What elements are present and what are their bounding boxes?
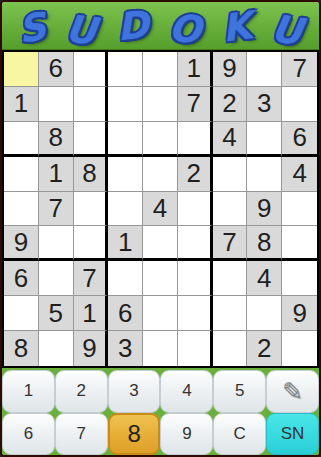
cell-r8c3[interactable]: 1 [74,296,109,331]
cell-r3c3[interactable] [74,122,109,157]
cell-r9c2[interactable] [39,331,74,366]
app-title-letter: D [116,5,151,46]
cell-r1c9[interactable]: 7 [282,52,317,87]
cell-r3c9[interactable]: 6 [282,122,317,157]
sn-button[interactable]: SN [266,413,319,456]
title-banner: SUDOKU [2,2,319,50]
cell-r3c2[interactable]: 8 [39,122,74,157]
cell-r9c3[interactable]: 9 [74,331,109,366]
pencil-button[interactable]: ✎ [266,370,319,413]
cell-r6c4[interactable]: 1 [108,226,143,261]
app-title-letter: O [167,8,203,49]
cell-r4c6[interactable]: 2 [178,157,213,192]
cell-r5c1[interactable] [4,192,39,227]
cell-r9c7[interactable] [213,331,248,366]
num-8-button[interactable]: 8 [108,413,161,456]
num-6-button[interactable]: 6 [2,413,55,456]
sudoku-board: 619717238461824749917867451698932 [2,50,319,368]
cell-r8c9[interactable]: 9 [282,296,317,331]
cell-r5c9[interactable] [282,192,317,227]
cell-r2c3[interactable] [74,87,109,122]
num-9-button[interactable]: 9 [160,413,213,456]
cell-r9c6[interactable] [178,331,213,366]
cell-r1c5[interactable] [143,52,178,87]
cell-r6c2[interactable] [39,226,74,261]
cell-r3c7[interactable]: 4 [213,122,248,157]
cell-r7c7[interactable] [213,261,248,296]
cell-r7c2[interactable] [39,261,74,296]
cell-r4c8[interactable] [247,157,282,192]
cell-r4c1[interactable] [4,157,39,192]
pencil-icon: ✎ [282,379,303,404]
app-title-letter: S [16,7,49,49]
cell-r4c3[interactable]: 8 [74,157,109,192]
app-title-letter: U [63,9,98,50]
cell-r7c5[interactable] [143,261,178,296]
cell-r7c4[interactable] [108,261,143,296]
cell-r1c8[interactable] [247,52,282,87]
cell-r8c1[interactable] [4,296,39,331]
cell-r7c6[interactable] [178,261,213,296]
cell-r7c8[interactable]: 4 [247,261,282,296]
cell-r9c4[interactable]: 3 [108,331,143,366]
cell-r8c4[interactable]: 6 [108,296,143,331]
num-1-button[interactable]: 1 [2,370,55,413]
cell-r3c8[interactable] [247,122,282,157]
cell-r7c9[interactable] [282,261,317,296]
clear-button[interactable]: C [213,413,266,456]
cell-r8c7[interactable] [213,296,248,331]
cell-r5c2[interactable]: 7 [39,192,74,227]
cell-r4c9[interactable]: 4 [282,157,317,192]
app-window: SUDOKU 619717238461824749917867451698932… [0,0,321,457]
number-keypad: 12345✎6789CSN [2,368,319,455]
cell-r1c4[interactable] [108,52,143,87]
cell-r7c3[interactable]: 7 [74,261,109,296]
cell-r5c7[interactable] [213,192,248,227]
cell-r6c5[interactable] [143,226,178,261]
cell-r8c2[interactable]: 5 [39,296,74,331]
cell-r2c4[interactable] [108,87,143,122]
cell-r6c8[interactable]: 8 [247,226,282,261]
cell-r8c6[interactable] [178,296,213,331]
cell-r4c7[interactable] [213,157,248,192]
cell-r2c5[interactable] [143,87,178,122]
cell-r2c7[interactable]: 2 [213,87,248,122]
cell-r1c3[interactable] [74,52,109,87]
cell-r9c1[interactable]: 8 [4,331,39,366]
cell-r3c5[interactable] [143,122,178,157]
app-title-letter: U [268,8,304,50]
cell-r2c8[interactable]: 3 [247,87,282,122]
num-4-button[interactable]: 4 [160,370,213,413]
cell-r1c1[interactable] [4,52,39,87]
cell-r1c7[interactable]: 9 [213,52,248,87]
num-7-button[interactable]: 7 [55,413,108,456]
cell-r5c4[interactable] [108,192,143,227]
cell-r6c1[interactable]: 9 [4,226,39,261]
cell-r2c6[interactable]: 7 [178,87,213,122]
cell-r2c2[interactable] [39,87,74,122]
cell-r4c5[interactable] [143,157,178,192]
cell-r1c2[interactable]: 6 [39,52,74,87]
cell-r8c8[interactable] [247,296,282,331]
app-title-letter: K [220,6,254,47]
cell-r8c5[interactable] [143,296,178,331]
cell-r5c8[interactable]: 9 [247,192,282,227]
cell-r2c1[interactable]: 1 [4,87,39,122]
cell-r5c3[interactable] [74,192,109,227]
num-5-button[interactable]: 5 [213,370,266,413]
cell-r6c9[interactable] [282,226,317,261]
cell-r9c8[interactable]: 2 [247,331,282,366]
cell-r4c4[interactable] [108,157,143,192]
num-2-button[interactable]: 2 [55,370,108,413]
cell-r3c4[interactable] [108,122,143,157]
cell-r3c6[interactable] [178,122,213,157]
cell-r1c6[interactable]: 1 [178,52,213,87]
cell-r3c1[interactable] [4,122,39,157]
cell-r2c9[interactable] [282,87,317,122]
cell-r9c5[interactable] [143,331,178,366]
cell-r5c5[interactable]: 4 [143,192,178,227]
cell-r4c2[interactable]: 1 [39,157,74,192]
cell-r6c6[interactable] [178,226,213,261]
num-3-button[interactable]: 3 [108,370,161,413]
cell-r5c6[interactable] [178,192,213,227]
cell-r9c9[interactable] [282,331,317,366]
cell-r6c3[interactable] [74,226,109,261]
cell-r7c1[interactable]: 6 [4,261,39,296]
cell-r6c7[interactable]: 7 [213,226,248,261]
